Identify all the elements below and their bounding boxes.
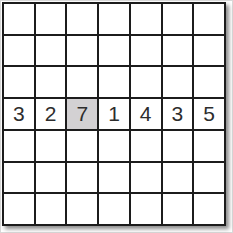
grid-cell[interactable]	[67, 194, 97, 224]
grid-cell[interactable]	[194, 131, 224, 161]
grid-cell[interactable]	[194, 4, 224, 34]
grid-cell[interactable]	[67, 163, 97, 193]
puzzle-page: 3271435	[0, 0, 233, 233]
grid-cell[interactable]	[67, 4, 97, 34]
grid-cell[interactable]	[4, 194, 34, 224]
grid-cell[interactable]	[67, 67, 97, 97]
grid-cell[interactable]	[131, 131, 161, 161]
grid-cell[interactable]	[131, 36, 161, 66]
grid-cell[interactable]	[4, 36, 34, 66]
grid-cell[interactable]	[36, 194, 66, 224]
grid-cell[interactable]	[194, 194, 224, 224]
grid-cell[interactable]	[36, 4, 66, 34]
grid-cell[interactable]	[131, 163, 161, 193]
grid-cell[interactable]	[131, 4, 161, 34]
grid-cell[interactable]	[36, 36, 66, 66]
grid-cell[interactable]	[36, 163, 66, 193]
grid-cell[interactable]	[163, 36, 193, 66]
grid-cell[interactable]: 1	[99, 99, 129, 129]
grid-cell[interactable]	[163, 163, 193, 193]
grid-cell[interactable]	[99, 4, 129, 34]
puzzle-board: 3271435	[2, 2, 226, 226]
grid-cell[interactable]: 3	[163, 99, 193, 129]
grid-cell[interactable]	[131, 194, 161, 224]
grid-cell[interactable]	[99, 131, 129, 161]
grid-cell[interactable]: 4	[131, 99, 161, 129]
grid-cell[interactable]	[99, 194, 129, 224]
grid-cell[interactable]	[4, 163, 34, 193]
grid-cell[interactable]	[194, 67, 224, 97]
grid-cell[interactable]	[131, 67, 161, 97]
grid-cell[interactable]	[163, 194, 193, 224]
grid-cell[interactable]: 3	[4, 99, 34, 129]
grid-cell[interactable]	[163, 67, 193, 97]
grid-cell[interactable]	[4, 131, 34, 161]
grid-cell[interactable]	[99, 67, 129, 97]
grid-cell[interactable]	[36, 67, 66, 97]
grid-cell[interactable]	[99, 163, 129, 193]
grid-cell[interactable]	[194, 36, 224, 66]
grid-cell[interactable]	[4, 67, 34, 97]
grid-cell[interactable]: 2	[36, 99, 66, 129]
grid-cell[interactable]: 5	[194, 99, 224, 129]
grid-cell[interactable]	[67, 131, 97, 161]
grid-cell[interactable]	[36, 131, 66, 161]
grid-cell[interactable]	[99, 36, 129, 66]
grid-cell[interactable]	[4, 4, 34, 34]
grid-cell-highlighted[interactable]: 7	[67, 99, 97, 129]
grid-cell[interactable]	[194, 163, 224, 193]
grid-cell[interactable]	[163, 131, 193, 161]
grid-cell[interactable]	[163, 4, 193, 34]
grid-cell[interactable]	[67, 36, 97, 66]
